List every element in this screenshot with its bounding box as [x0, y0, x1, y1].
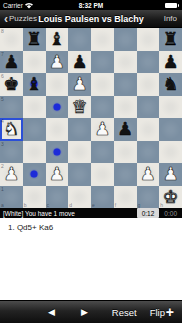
rank-label: 4 — [1, 118, 4, 124]
square-b5[interactable] — [23, 96, 46, 119]
square-f4[interactable]: ♟ — [114, 118, 137, 141]
square-g1[interactable]: g — [137, 186, 160, 209]
square-e8[interactable] — [91, 28, 114, 51]
piece-black-pawn: ♟ — [114, 118, 137, 141]
square-g4[interactable] — [137, 118, 160, 141]
piece-white-pawn: ♟ — [91, 118, 114, 141]
rank-label: 8 — [1, 28, 4, 34]
square-a4[interactable]: 4♞ — [0, 118, 23, 141]
legal-move-dot — [53, 103, 60, 110]
square-h1[interactable]: h♚ — [159, 186, 182, 209]
square-g6[interactable] — [137, 73, 160, 96]
square-e1[interactable]: e — [91, 186, 114, 209]
square-b2[interactable] — [23, 163, 46, 186]
rank-label: 2 — [1, 163, 4, 169]
turn-message: [White] You have 1 move — [0, 210, 137, 217]
back-button[interactable]: ‹ Puzzles — [4, 14, 37, 24]
back-chevron-icon: ‹ — [4, 14, 8, 24]
square-g3[interactable] — [137, 141, 160, 164]
square-b3[interactable] — [23, 141, 46, 164]
file-label: b — [24, 202, 27, 208]
flip-button[interactable]: Flip — [150, 307, 165, 318]
square-h5[interactable] — [159, 96, 182, 119]
piece-white-pawn: ♟ — [159, 163, 182, 186]
piece-white-pawn: ♟ — [68, 73, 91, 96]
game-status-bar: [White] You have 1 move 0:12 0:00 — [0, 208, 182, 218]
square-h8[interactable]: ♜ — [159, 28, 182, 51]
square-c4[interactable] — [46, 118, 69, 141]
square-a8[interactable]: 8 — [0, 28, 23, 51]
square-a1[interactable]: 1a — [0, 186, 23, 209]
square-c6[interactable] — [46, 73, 69, 96]
square-c5[interactable] — [46, 96, 69, 119]
square-d6[interactable]: ♟ — [68, 73, 91, 96]
piece-black-pawn: ♟ — [159, 51, 182, 74]
black-clock: 0:00 — [162, 210, 182, 217]
square-f3[interactable] — [114, 141, 137, 164]
add-button[interactable]: + — [166, 305, 174, 319]
square-b4[interactable] — [23, 118, 46, 141]
file-label: c — [47, 202, 50, 208]
piece-black-rook: ♜ — [159, 28, 182, 51]
square-e7[interactable] — [91, 51, 114, 74]
square-h6[interactable]: ♞ — [159, 73, 182, 96]
square-d5[interactable]: ♛ — [68, 96, 91, 119]
piece-white-pawn: ♟ — [137, 163, 160, 186]
square-a7[interactable]: 7♟ — [0, 51, 23, 74]
square-d7[interactable]: ♟ — [68, 51, 91, 74]
piece-black-pawn: ♟ — [68, 51, 91, 74]
rank-label: 3 — [1, 141, 4, 147]
square-g8[interactable] — [137, 28, 160, 51]
status-time: 8:32 PM — [0, 2, 182, 9]
square-f6[interactable] — [114, 73, 137, 96]
square-h2[interactable]: ♟ — [159, 163, 182, 186]
square-f5[interactable] — [114, 96, 137, 119]
battery-icon — [165, 3, 179, 8]
piece-white-pawn: ♟ — [46, 51, 69, 74]
navigation-bar: Louis Paulsen vs Blachy ‹ Puzzles Info — [0, 10, 182, 28]
square-b1[interactable]: b — [23, 186, 46, 209]
square-c7[interactable]: ♟ — [46, 51, 69, 74]
rank-label: 6 — [1, 73, 4, 79]
square-a2[interactable]: 2♟ — [0, 163, 23, 186]
rank-label: 1 — [1, 186, 4, 192]
file-label: g — [138, 202, 141, 208]
file-label: f — [115, 202, 116, 208]
square-f7[interactable] — [114, 51, 137, 74]
file-label: h — [160, 202, 163, 208]
previous-move-button[interactable]: ◀ — [48, 307, 55, 317]
square-e3[interactable] — [91, 141, 114, 164]
square-f2[interactable] — [114, 163, 137, 186]
square-d1[interactable]: d — [68, 186, 91, 209]
piece-white-queen: ♛ — [68, 96, 91, 119]
bottom-toolbar: ◀ ▶ Reset Flip + — [0, 300, 182, 323]
square-a6[interactable]: 6♚ — [0, 73, 23, 96]
square-d8[interactable] — [68, 28, 91, 51]
piece-black-bishop: ♝ — [23, 73, 46, 96]
file-label: a — [1, 202, 4, 208]
square-b6[interactable]: ♝ — [23, 73, 46, 96]
reset-button[interactable]: Reset — [112, 307, 137, 318]
square-c8[interactable]: ♝ — [46, 28, 69, 51]
white-clock: 0:12 — [137, 208, 160, 218]
square-e5[interactable] — [91, 96, 114, 119]
square-c2[interactable]: ♟ — [46, 163, 69, 186]
rank-label: 7 — [1, 51, 4, 57]
square-e6[interactable] — [91, 73, 114, 96]
chess-board: 8♜♝♜7♟♟♟♟6♚♝♟♞5♛4♞♟♟32♟♟♟♟1abcdefgh♚ — [0, 28, 182, 208]
square-d2[interactable] — [68, 163, 91, 186]
piece-black-bishop: ♝ — [46, 28, 69, 51]
square-d4[interactable] — [68, 118, 91, 141]
next-move-button[interactable]: ▶ — [81, 307, 88, 317]
square-h4[interactable] — [159, 118, 182, 141]
square-g2[interactable]: ♟ — [137, 163, 160, 186]
square-b7[interactable] — [23, 51, 46, 74]
move-list: 1. Qd5+ Ka6 — [0, 218, 182, 300]
piece-white-pawn: ♟ — [46, 163, 69, 186]
status-bar: Carrier 8:32 PM — [0, 0, 182, 10]
square-d3[interactable] — [68, 141, 91, 164]
square-f1[interactable]: f — [114, 186, 137, 209]
piece-black-knight: ♞ — [159, 73, 182, 96]
square-h7[interactable]: ♟ — [159, 51, 182, 74]
square-c3[interactable] — [46, 141, 69, 164]
app-window: Carrier 8:32 PM Louis Paulsen vs Blachy … — [0, 0, 182, 323]
square-b8[interactable]: ♜ — [23, 28, 46, 51]
file-label: e — [92, 202, 95, 208]
file-label: d — [69, 202, 72, 208]
square-f8[interactable] — [114, 28, 137, 51]
rank-label: 5 — [1, 96, 4, 102]
info-button[interactable]: Info — [164, 14, 177, 23]
square-a5[interactable]: 5 — [0, 96, 23, 119]
square-e2[interactable] — [91, 163, 114, 186]
square-g5[interactable] — [137, 96, 160, 119]
square-c1[interactable]: c — [46, 186, 69, 209]
square-a3[interactable]: 3 — [0, 141, 23, 164]
square-e4[interactable]: ♟ — [91, 118, 114, 141]
legal-move-dot — [53, 148, 60, 155]
legal-move-dot — [31, 171, 38, 178]
square-g7[interactable] — [137, 51, 160, 74]
back-button-label: Puzzles — [9, 14, 37, 23]
piece-black-rook: ♜ — [23, 28, 46, 51]
square-h3[interactable] — [159, 141, 182, 164]
